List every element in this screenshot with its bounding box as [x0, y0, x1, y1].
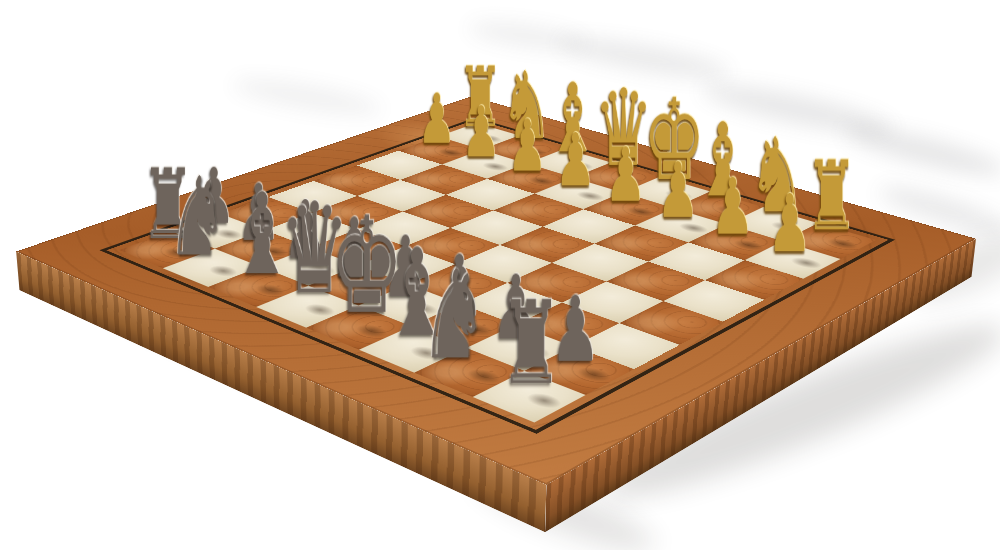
- piece-cast-shadow: [841, 118, 1000, 183]
- piece-black-pawn: ♟: [555, 126, 594, 195]
- piece-white-knight: ♞: [185, 166, 228, 270]
- piece-white-bishop: ♝: [231, 182, 275, 288]
- piece-white-rook: ♜: [499, 290, 549, 399]
- piece-white-queen: ♛: [279, 189, 324, 308]
- piece-white-knight: ♞: [440, 257, 488, 374]
- piece-black-pawn: ♟: [711, 170, 752, 244]
- piece-white-king: ♚: [330, 203, 376, 329]
- piece-black-pawn: ♟: [657, 154, 698, 226]
- piece-black-pawn: ♟: [767, 186, 809, 262]
- piece-black-pawn: ♟: [605, 140, 645, 211]
- piece-black-pawn: ♟: [418, 86, 455, 151]
- photo-backdrop: ♜♞♝♛♚♝♞♜♟♟♟♟♟♟♟♟♟♟♟♟♟♟♟♟♜♞♝♛♚♝♞♜: [0, 0, 1000, 550]
- piece-cast-shadow: [231, 73, 383, 121]
- piece-black-pawn: ♟: [461, 99, 498, 166]
- piece-black-pawn: ♟: [507, 112, 545, 180]
